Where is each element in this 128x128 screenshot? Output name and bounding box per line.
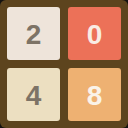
tile-2: 2	[7, 7, 60, 60]
tile-2-value: 2	[26, 21, 42, 49]
screenshot-stage: 2 0 4 8	[0, 0, 128, 128]
tile-4-value: 4	[26, 82, 42, 110]
tile-8: 8	[68, 68, 121, 121]
tile-8-value: 8	[87, 82, 103, 110]
tile-0: 0	[68, 7, 121, 60]
tile-0-value: 0	[87, 21, 103, 49]
game-board-2048[interactable]: 2 0 4 8	[0, 0, 128, 128]
tile-4: 4	[7, 68, 60, 121]
